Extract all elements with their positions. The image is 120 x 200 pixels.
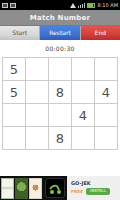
notification-area xyxy=(2,3,16,8)
grid-cell-r2c2[interactable] xyxy=(26,81,49,104)
grid-cell-r1c4[interactable] xyxy=(72,58,95,81)
end-button[interactable]: End xyxy=(80,26,120,40)
grid-cell-r4c2[interactable] xyxy=(26,127,49,150)
number-grid: 558448 xyxy=(2,57,118,150)
grid-cell-r3c4[interactable]: 4 xyxy=(72,104,95,127)
grid-cell-r1c1[interactable]: 5 xyxy=(3,58,26,81)
grid-cell-r3c1[interactable] xyxy=(3,104,26,127)
grid-cell-r4c5[interactable] xyxy=(95,127,118,150)
grid-cell-r1c3[interactable] xyxy=(49,58,72,81)
ad-price-label: FREE xyxy=(71,189,83,194)
app-header: Match Number xyxy=(0,10,120,26)
grid-cell-r4c3[interactable]: 8 xyxy=(49,127,72,150)
clock-text: 8:10 AM xyxy=(97,3,118,8)
grid-cell-r1c2[interactable] xyxy=(26,58,49,81)
grid-cell-r2c3[interactable]: 8 xyxy=(49,81,72,104)
ad-screenshot-thumb[interactable] xyxy=(1,178,14,199)
grid-cell-r3c2[interactable] xyxy=(26,104,49,127)
install-button[interactable]: INSTALL xyxy=(86,188,110,195)
page-title: Match Number xyxy=(30,14,90,22)
ad-actions: FREE INSTALL xyxy=(71,188,120,195)
toolbar: Start Restart End xyxy=(0,26,120,40)
ad-screenshot-thumb[interactable] xyxy=(29,178,42,199)
notification-icon xyxy=(2,3,8,8)
app-screen: 8:10 AM Match Number Start Restart End 0… xyxy=(0,0,120,200)
start-button[interactable]: Start xyxy=(0,26,40,40)
status-indicators: 8:10 AM xyxy=(70,3,118,8)
grid-cell-r2c5[interactable]: 4 xyxy=(95,81,118,104)
status-bar: 8:10 AM xyxy=(0,0,120,10)
ad-screenshot-thumb[interactable] xyxy=(15,178,28,199)
grid-cell-r4c4[interactable] xyxy=(72,127,95,150)
battery-icon xyxy=(87,3,95,8)
grid-cell-r3c3[interactable] xyxy=(49,104,72,127)
ad-banner[interactable]: GO-JEK FREE INSTALL xyxy=(0,176,120,200)
timer-display: 00:00:30 xyxy=(0,42,120,54)
scooter-icon xyxy=(48,181,62,195)
ad-info: GO-JEK FREE INSTALL xyxy=(67,176,120,200)
grid-cell-r2c4[interactable] xyxy=(72,81,95,104)
wifi-icon xyxy=(70,3,76,8)
grid-cell-r3c5[interactable] xyxy=(95,104,118,127)
grid-cell-r1c5[interactable] xyxy=(95,58,118,81)
grid-cell-r2c1[interactable]: 5 xyxy=(3,81,26,104)
grid-cell-r4c1[interactable] xyxy=(3,127,26,150)
ad-app-name: GO-JEK xyxy=(71,181,120,187)
signal-icon xyxy=(78,3,85,8)
gojek-app-icon[interactable] xyxy=(45,178,65,198)
notification-icon xyxy=(10,3,16,8)
restart-button[interactable]: Restart xyxy=(40,26,79,40)
